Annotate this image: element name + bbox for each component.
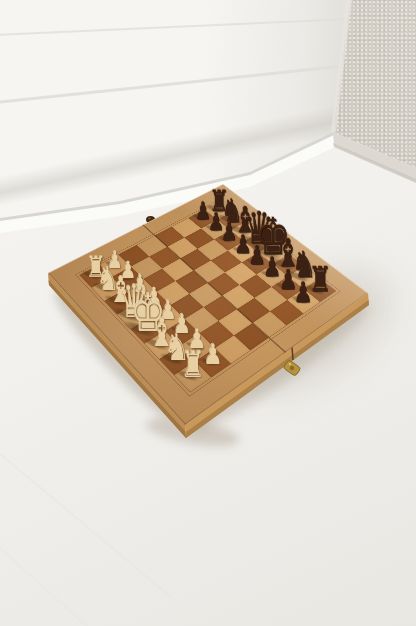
hinge-knob-highlight — [148, 218, 151, 220]
scene: ♜♞♝♛♚♝♞♜♟♟♟♟♟♟♟♟♟♟♟♟♟♟♟♟♜♞♝♛♚♝♞♜ — [0, 0, 416, 626]
side-seam-groove — [292, 347, 293, 360]
